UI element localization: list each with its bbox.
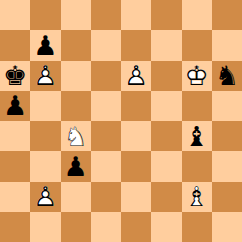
- square-c4[interactable]: ♞♘: [61, 121, 91, 151]
- square-g8[interactable]: [182, 0, 212, 30]
- square-f6[interactable]: [151, 61, 181, 91]
- square-d8[interactable]: [91, 0, 121, 30]
- square-f3[interactable]: [151, 151, 181, 181]
- square-f1[interactable]: [151, 212, 181, 242]
- square-g6[interactable]: ♚♔: [182, 61, 212, 91]
- piece-black-pawn[interactable]: ♟: [2, 92, 29, 119]
- piece-white-king[interactable]: ♚♔: [183, 62, 210, 89]
- square-b5[interactable]: [30, 91, 60, 121]
- square-g4[interactable]: ♝: [182, 121, 212, 151]
- piece-white-pawn[interactable]: ♟♙: [123, 62, 150, 89]
- piece-white-pawn[interactable]: ♟♙: [32, 183, 59, 210]
- square-e2[interactable]: [121, 182, 151, 212]
- piece-black-king[interactable]: ♚: [2, 62, 29, 89]
- square-e4[interactable]: [121, 121, 151, 151]
- square-h2[interactable]: [212, 182, 242, 212]
- square-d6[interactable]: [91, 61, 121, 91]
- square-b8[interactable]: [30, 0, 60, 30]
- piece-outline: ♗: [183, 183, 210, 210]
- square-g2[interactable]: ♝♗: [182, 182, 212, 212]
- square-a2[interactable]: [0, 182, 30, 212]
- piece-body: ♟: [32, 32, 59, 59]
- square-f7[interactable]: [151, 30, 181, 60]
- square-a1[interactable]: [0, 212, 30, 242]
- square-b4[interactable]: [30, 121, 60, 151]
- square-c7[interactable]: [61, 30, 91, 60]
- piece-black-pawn[interactable]: ♟: [32, 32, 59, 59]
- square-d1[interactable]: [91, 212, 121, 242]
- piece-body: ♝: [183, 123, 210, 150]
- piece-outline: ♔: [183, 62, 210, 89]
- square-e1[interactable]: [121, 212, 151, 242]
- square-e6[interactable]: ♟♙: [121, 61, 151, 91]
- square-b3[interactable]: [30, 151, 60, 181]
- square-f8[interactable]: [151, 0, 181, 30]
- square-c3[interactable]: ♟: [61, 151, 91, 181]
- piece-black-pawn[interactable]: ♟: [62, 153, 89, 180]
- square-d7[interactable]: [91, 30, 121, 60]
- square-b2[interactable]: ♟♙: [30, 182, 60, 212]
- square-h4[interactable]: [212, 121, 242, 151]
- chess-board: ♟♚♟♙♟♙♚♔♞♟♞♘♝♟♟♙♝♗: [0, 0, 242, 242]
- piece-outline: ♙: [32, 183, 59, 210]
- square-e3[interactable]: [121, 151, 151, 181]
- square-b1[interactable]: [30, 212, 60, 242]
- square-a8[interactable]: [0, 0, 30, 30]
- piece-black-bishop[interactable]: ♝: [183, 123, 210, 150]
- square-c8[interactable]: [61, 0, 91, 30]
- square-c2[interactable]: [61, 182, 91, 212]
- piece-black-knight[interactable]: ♞: [213, 62, 240, 89]
- square-e5[interactable]: [121, 91, 151, 121]
- square-d3[interactable]: [91, 151, 121, 181]
- square-h1[interactable]: [212, 212, 242, 242]
- piece-outline: ♙: [123, 62, 150, 89]
- square-e8[interactable]: [121, 0, 151, 30]
- square-g7[interactable]: [182, 30, 212, 60]
- piece-white-knight[interactable]: ♞♘: [62, 123, 89, 150]
- square-g3[interactable]: [182, 151, 212, 181]
- piece-white-pawn[interactable]: ♟♙: [32, 62, 59, 89]
- square-a3[interactable]: [0, 151, 30, 181]
- square-f5[interactable]: [151, 91, 181, 121]
- square-f4[interactable]: [151, 121, 181, 151]
- square-b6[interactable]: ♟♙: [30, 61, 60, 91]
- piece-body: ♟: [2, 92, 29, 119]
- piece-outline: ♘: [62, 123, 89, 150]
- square-a4[interactable]: [0, 121, 30, 151]
- piece-body: ♞: [213, 62, 240, 89]
- square-h6[interactable]: ♞: [212, 61, 242, 91]
- square-c1[interactable]: [61, 212, 91, 242]
- square-b7[interactable]: ♟: [30, 30, 60, 60]
- piece-white-bishop[interactable]: ♝♗: [183, 183, 210, 210]
- square-h5[interactable]: [212, 91, 242, 121]
- square-g1[interactable]: [182, 212, 212, 242]
- piece-outline: ♙: [32, 62, 59, 89]
- square-h8[interactable]: [212, 0, 242, 30]
- square-a6[interactable]: ♚: [0, 61, 30, 91]
- square-f2[interactable]: [151, 182, 181, 212]
- piece-body: ♟: [62, 153, 89, 180]
- piece-body: ♚: [2, 62, 29, 89]
- square-d2[interactable]: [91, 182, 121, 212]
- square-c5[interactable]: [61, 91, 91, 121]
- square-d4[interactable]: [91, 121, 121, 151]
- square-d5[interactable]: [91, 91, 121, 121]
- square-g5[interactable]: [182, 91, 212, 121]
- square-h3[interactable]: [212, 151, 242, 181]
- square-a7[interactable]: [0, 30, 30, 60]
- square-h7[interactable]: [212, 30, 242, 60]
- square-e7[interactable]: [121, 30, 151, 60]
- square-a5[interactable]: ♟: [0, 91, 30, 121]
- square-c6[interactable]: [61, 61, 91, 91]
